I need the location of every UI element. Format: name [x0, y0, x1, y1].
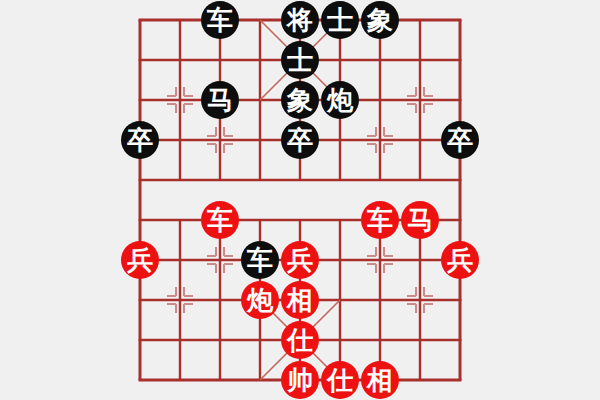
piece-black-general[interactable]: 将 — [281, 1, 319, 39]
board-cell[interactable] — [320, 240, 360, 280]
piece-red-advisor[interactable]: 仕 — [321, 361, 359, 399]
board-cell[interactable] — [280, 200, 320, 240]
piece-red-general[interactable]: 帅 — [281, 361, 319, 399]
board-cell[interactable] — [240, 160, 280, 200]
board-cell[interactable]: 兵 — [280, 240, 320, 280]
board-cell[interactable] — [200, 120, 240, 160]
piece-black-elephant[interactable]: 象 — [361, 1, 399, 39]
board-cell[interactable] — [160, 120, 200, 160]
board-cell[interactable] — [160, 40, 200, 80]
board-cell[interactable]: 卒 — [120, 120, 160, 160]
board-cell[interactable]: 兵 — [120, 240, 160, 280]
board-cell[interactable] — [240, 0, 280, 40]
board-cell[interactable] — [440, 320, 480, 360]
board-grid: 车将士象士马象炮卒卒卒车车马兵车兵兵炮相仕帅仕相 — [120, 0, 480, 400]
piece-red-elephant[interactable]: 相 — [281, 281, 319, 319]
piece-black-chariot[interactable]: 车 — [201, 1, 239, 39]
board-cell[interactable] — [360, 280, 400, 320]
board-cell[interactable]: 车 — [240, 240, 280, 280]
piece-red-horse[interactable]: 马 — [401, 201, 439, 239]
piece-black-advisor[interactable]: 士 — [281, 41, 319, 79]
board-cell[interactable]: 将 — [280, 0, 320, 40]
piece-red-cannon[interactable]: 炮 — [241, 281, 279, 319]
board-cell[interactable] — [160, 240, 200, 280]
board-cell[interactable] — [400, 280, 440, 320]
board-cell[interactable] — [240, 120, 280, 160]
board-cell[interactable]: 车 — [360, 200, 400, 240]
piece-black-elephant[interactable]: 象 — [281, 81, 319, 119]
board-cell[interactable] — [200, 240, 240, 280]
piece-black-chariot[interactable]: 车 — [241, 241, 279, 279]
board-cell[interactable]: 炮 — [240, 280, 280, 320]
piece-red-advisor[interactable]: 仕 — [281, 321, 319, 359]
board-cell[interactable] — [440, 0, 480, 40]
piece-black-soldier[interactable]: 卒 — [281, 121, 319, 159]
piece-black-advisor[interactable]: 士 — [321, 1, 359, 39]
board-cell[interactable] — [160, 200, 200, 240]
board-cell[interactable]: 炮 — [320, 80, 360, 120]
board-cell[interactable] — [440, 360, 480, 400]
board-cell[interactable] — [400, 360, 440, 400]
board-cell[interactable]: 仕 — [280, 320, 320, 360]
board-cell[interactable] — [240, 80, 280, 120]
board-cell[interactable]: 相 — [360, 360, 400, 400]
piece-red-soldier[interactable]: 兵 — [281, 241, 319, 279]
board-cell[interactable] — [400, 160, 440, 200]
board-cell[interactable] — [200, 280, 240, 320]
board-cell[interactable]: 马 — [200, 80, 240, 120]
board-cell[interactable] — [400, 120, 440, 160]
board-cell[interactable] — [240, 360, 280, 400]
board-cell[interactable] — [240, 40, 280, 80]
board-cell[interactable] — [440, 80, 480, 120]
board-cell[interactable] — [240, 320, 280, 360]
board-cell[interactable]: 象 — [280, 80, 320, 120]
board-cell[interactable] — [200, 40, 240, 80]
board-cell[interactable]: 相 — [280, 280, 320, 320]
board-cell[interactable]: 卒 — [280, 120, 320, 160]
board-cell[interactable] — [120, 200, 160, 240]
xiangqi-board: 车将士象士马象炮卒卒卒车车马兵车兵兵炮相仕帅仕相 — [0, 0, 600, 400]
board-cell[interactable] — [200, 320, 240, 360]
piece-red-chariot[interactable]: 车 — [201, 201, 239, 239]
board-cell[interactable] — [320, 280, 360, 320]
board-cell[interactable] — [120, 160, 160, 200]
board-cell[interactable] — [400, 0, 440, 40]
board-cell[interactable]: 仕 — [320, 360, 360, 400]
board-cell[interactable]: 帅 — [280, 360, 320, 400]
board-cell[interactable] — [160, 0, 200, 40]
piece-red-soldier[interactable]: 兵 — [121, 241, 159, 279]
board-cell[interactable] — [360, 160, 400, 200]
board-cell[interactable] — [320, 320, 360, 360]
board-cell[interactable] — [160, 280, 200, 320]
board-cell[interactable] — [400, 80, 440, 120]
board-cell[interactable] — [120, 40, 160, 80]
piece-red-elephant[interactable]: 相 — [361, 361, 399, 399]
board-cell[interactable] — [280, 160, 320, 200]
board-cell[interactable] — [320, 120, 360, 160]
board-cell[interactable]: 车 — [200, 200, 240, 240]
board-cell[interactable] — [120, 280, 160, 320]
board-cell[interactable]: 士 — [280, 40, 320, 80]
board-cell[interactable] — [400, 240, 440, 280]
board-cell[interactable] — [240, 200, 280, 240]
board-cell[interactable] — [360, 40, 400, 80]
piece-black-soldier[interactable]: 卒 — [441, 121, 479, 159]
board-cell[interactable] — [120, 360, 160, 400]
board-cell[interactable] — [400, 40, 440, 80]
board-cell[interactable] — [440, 160, 480, 200]
board-cell[interactable]: 兵 — [440, 240, 480, 280]
board-cell[interactable] — [120, 0, 160, 40]
piece-black-cannon[interactable]: 炮 — [321, 81, 359, 119]
board-cell[interactable] — [160, 80, 200, 120]
board-cell[interactable] — [160, 360, 200, 400]
board-cell[interactable]: 马 — [400, 200, 440, 240]
board-cell[interactable]: 卒 — [440, 120, 480, 160]
board-cell[interactable] — [440, 200, 480, 240]
board-cell[interactable]: 士 — [320, 0, 360, 40]
board-cell[interactable] — [120, 80, 160, 120]
board-cell[interactable] — [160, 320, 200, 360]
board-cell[interactable] — [320, 200, 360, 240]
board-cell[interactable] — [400, 320, 440, 360]
board-cell[interactable] — [360, 320, 400, 360]
board-cell[interactable] — [440, 40, 480, 80]
board-cell[interactable] — [200, 160, 240, 200]
board-cell[interactable] — [320, 40, 360, 80]
board-cell[interactable] — [360, 80, 400, 120]
piece-black-soldier[interactable]: 卒 — [121, 121, 159, 159]
board-cell[interactable] — [360, 240, 400, 280]
board-cell[interactable] — [200, 360, 240, 400]
piece-red-soldier[interactable]: 兵 — [441, 241, 479, 279]
piece-black-horse[interactable]: 马 — [201, 81, 239, 119]
board-cell[interactable] — [360, 120, 400, 160]
board-cell[interactable] — [440, 280, 480, 320]
board-cell[interactable] — [120, 320, 160, 360]
board-cell[interactable] — [160, 160, 200, 200]
board-cell[interactable] — [320, 160, 360, 200]
board-cell[interactable]: 车 — [200, 0, 240, 40]
board-cell[interactable]: 象 — [360, 0, 400, 40]
piece-red-chariot[interactable]: 车 — [361, 201, 399, 239]
